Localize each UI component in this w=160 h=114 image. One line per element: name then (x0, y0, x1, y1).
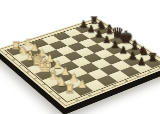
piece-white-pawn: ♟ (23, 38, 32, 48)
file-label: b (11, 59, 16, 61)
rank-label: 1 (74, 99, 79, 102)
file-label: d (25, 71, 30, 73)
file-label: g (48, 90, 53, 93)
rank-label: 4 (111, 85, 116, 88)
rank-label: 2 (87, 94, 92, 97)
rank-label: 8 (157, 67, 160, 69)
rank-label: 3 (99, 89, 104, 92)
chess-board: abcdefgh 12345678 ♜♞♝♛♚♝♞♜♟♟♟♟♟♟♟♟♟♟♟♟♟♟… (0, 18, 160, 109)
file-label: f (41, 84, 45, 86)
piece-black-rook: ♜ (89, 16, 98, 26)
board-grid: ♜♞♝♛♚♝♞♜♟♟♟♟♟♟♟♟♟♟♟♟♟♟♟♟♜♞♝♛♚♝♞♜ (7, 22, 160, 101)
chess-set-photo: abcdefgh 12345678 ♜♞♝♛♚♝♞♜♟♟♟♟♟♟♟♟♟♟♟♟♟♟… (0, 0, 160, 114)
piece-black-rook: ♜ (147, 52, 157, 63)
file-label: e (33, 77, 38, 79)
file-label: a (4, 53, 9, 55)
file-label: h (57, 97, 62, 100)
rank-label: 6 (135, 75, 140, 77)
file-label: c (18, 65, 23, 67)
rank-label: 5 (123, 80, 128, 83)
rank-label: 7 (146, 71, 151, 73)
